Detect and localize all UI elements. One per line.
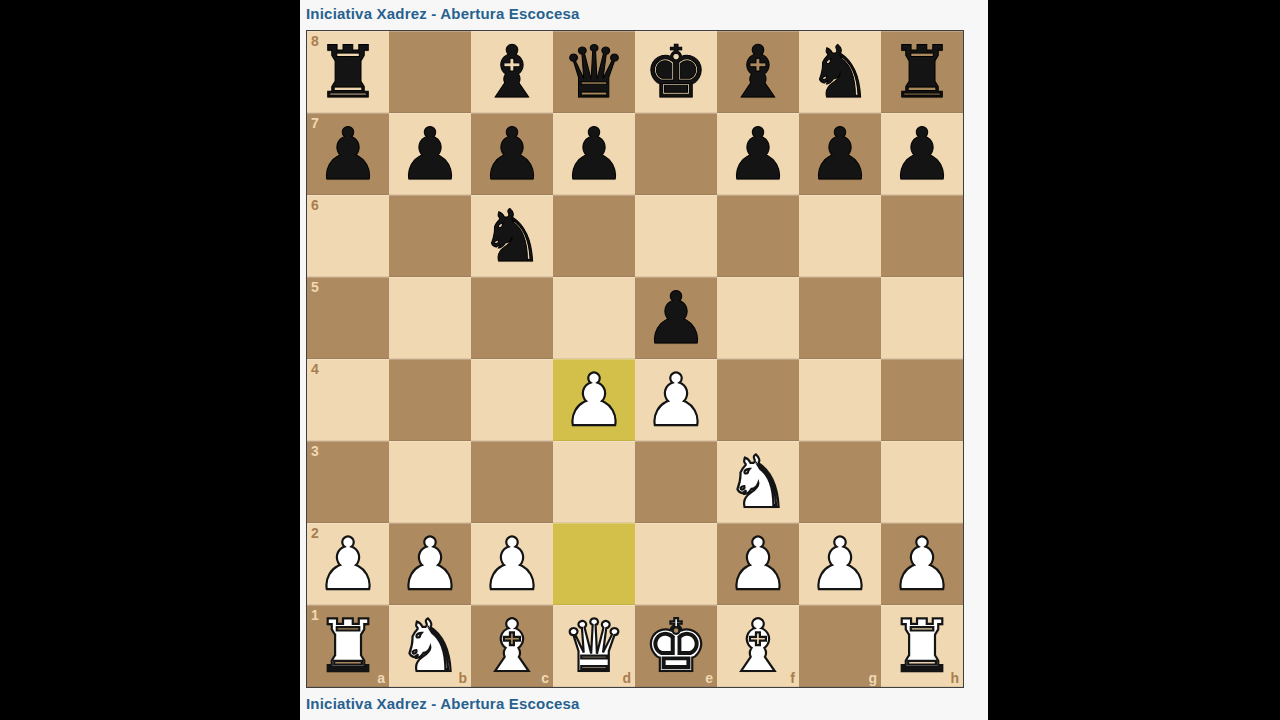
piece-white-bishop-f1: ♝ — [717, 605, 799, 687]
content-area: Iniciativa Xadrez - Abertura Escocesa 8♜… — [300, 0, 988, 720]
square-a6[interactable]: 6 — [307, 195, 389, 277]
square-e4[interactable]: ♟ — [635, 359, 717, 441]
rank-label-3: 3 — [311, 443, 319, 459]
piece-black-knight-g8: ♞ — [799, 31, 881, 113]
rank-label-6: 6 — [311, 197, 319, 213]
square-d7[interactable]: ♟ — [553, 113, 635, 195]
piece-black-rook-h8: ♜ — [881, 31, 963, 113]
piece-white-pawn-g2: ♟ — [799, 523, 881, 605]
square-f1[interactable]: f♝ — [717, 605, 799, 687]
piece-black-queen-d8: ♛ — [553, 31, 635, 113]
piece-black-pawn-g7: ♟ — [799, 113, 881, 195]
square-c8[interactable]: ♝ — [471, 31, 553, 113]
piece-black-pawn-b7: ♟ — [389, 113, 471, 195]
square-f3[interactable]: ♞ — [717, 441, 799, 523]
footer-bar: Iniciativa Xadrez - Abertura Escocesa — [300, 688, 988, 720]
rank-label-5: 5 — [311, 279, 319, 295]
piece-black-knight-c6: ♞ — [471, 195, 553, 277]
square-f6[interactable] — [717, 195, 799, 277]
piece-black-bishop-f8: ♝ — [717, 31, 799, 113]
square-a1[interactable]: 1a♜ — [307, 605, 389, 687]
piece-black-pawn-h7: ♟ — [881, 113, 963, 195]
piece-white-queen-d1: ♛ — [553, 605, 635, 687]
square-b2[interactable]: ♟ — [389, 523, 471, 605]
square-a7[interactable]: 7♟ — [307, 113, 389, 195]
square-c3[interactable] — [471, 441, 553, 523]
square-h3[interactable] — [881, 441, 963, 523]
square-g8[interactable]: ♞ — [799, 31, 881, 113]
square-e3[interactable] — [635, 441, 717, 523]
square-e1[interactable]: e♚ — [635, 605, 717, 687]
square-e6[interactable] — [635, 195, 717, 277]
piece-white-pawn-f2: ♟ — [717, 523, 799, 605]
square-h8[interactable]: ♜ — [881, 31, 963, 113]
piece-white-pawn-c2: ♟ — [471, 523, 553, 605]
square-b1[interactable]: b♞ — [389, 605, 471, 687]
piece-white-pawn-e4: ♟ — [635, 359, 717, 441]
square-f7[interactable]: ♟ — [717, 113, 799, 195]
square-e5[interactable]: ♟ — [635, 277, 717, 359]
square-c1[interactable]: c♝ — [471, 605, 553, 687]
piece-black-bishop-c8: ♝ — [471, 31, 553, 113]
square-d6[interactable] — [553, 195, 635, 277]
piece-black-king-e8: ♚ — [635, 31, 717, 113]
square-d3[interactable] — [553, 441, 635, 523]
square-g7[interactable]: ♟ — [799, 113, 881, 195]
letterbox-right — [988, 0, 1280, 720]
square-d5[interactable] — [553, 277, 635, 359]
footer-title: Iniciativa Xadrez - Abertura Escocesa — [306, 695, 580, 712]
square-h1[interactable]: h♜ — [881, 605, 963, 687]
square-b4[interactable] — [389, 359, 471, 441]
letterbox-left — [0, 0, 300, 720]
square-a4[interactable]: 4 — [307, 359, 389, 441]
square-e8[interactable]: ♚ — [635, 31, 717, 113]
square-g4[interactable] — [799, 359, 881, 441]
piece-white-knight-b1: ♞ — [389, 605, 471, 687]
piece-white-rook-a1: ♜ — [307, 605, 389, 687]
square-c5[interactable] — [471, 277, 553, 359]
square-a2[interactable]: 2♟ — [307, 523, 389, 605]
piece-white-knight-f3: ♞ — [717, 441, 799, 523]
piece-white-pawn-h2: ♟ — [881, 523, 963, 605]
piece-black-rook-a8: ♜ — [307, 31, 389, 113]
piece-white-pawn-b2: ♟ — [389, 523, 471, 605]
square-g3[interactable] — [799, 441, 881, 523]
square-h6[interactable] — [881, 195, 963, 277]
square-h5[interactable] — [881, 277, 963, 359]
file-label-g: g — [868, 670, 877, 686]
square-g1[interactable]: g — [799, 605, 881, 687]
piece-white-bishop-c1: ♝ — [471, 605, 553, 687]
square-b8[interactable] — [389, 31, 471, 113]
square-e2[interactable] — [635, 523, 717, 605]
square-h7[interactable]: ♟ — [881, 113, 963, 195]
piece-black-pawn-d7: ♟ — [553, 113, 635, 195]
rank-label-4: 4 — [311, 361, 319, 377]
piece-white-pawn-d4: ♟ — [553, 359, 635, 441]
square-g2[interactable]: ♟ — [799, 523, 881, 605]
piece-black-pawn-c7: ♟ — [471, 113, 553, 195]
square-d1[interactable]: d♛ — [553, 605, 635, 687]
square-d2[interactable] — [553, 523, 635, 605]
header-bar: Iniciativa Xadrez - Abertura Escocesa — [300, 0, 988, 30]
page-title: Iniciativa Xadrez - Abertura Escocesa — [306, 5, 580, 22]
square-d8[interactable]: ♛ — [553, 31, 635, 113]
square-c6[interactable]: ♞ — [471, 195, 553, 277]
piece-black-pawn-f7: ♟ — [717, 113, 799, 195]
square-c7[interactable]: ♟ — [471, 113, 553, 195]
square-g5[interactable] — [799, 277, 881, 359]
piece-white-king-e1: ♚ — [635, 605, 717, 687]
square-c4[interactable] — [471, 359, 553, 441]
square-f5[interactable] — [717, 277, 799, 359]
square-b5[interactable] — [389, 277, 471, 359]
square-a3[interactable]: 3 — [307, 441, 389, 523]
square-h2[interactable]: ♟ — [881, 523, 963, 605]
square-f4[interactable] — [717, 359, 799, 441]
square-d4[interactable]: ♟ — [553, 359, 635, 441]
square-b3[interactable] — [389, 441, 471, 523]
piece-black-pawn-e5: ♟ — [635, 277, 717, 359]
piece-white-pawn-a2: ♟ — [307, 523, 389, 605]
square-a5[interactable]: 5 — [307, 277, 389, 359]
square-a8[interactable]: 8♜ — [307, 31, 389, 113]
square-b7[interactable]: ♟ — [389, 113, 471, 195]
square-b6[interactable] — [389, 195, 471, 277]
square-f2[interactable]: ♟ — [717, 523, 799, 605]
square-f8[interactable]: ♝ — [717, 31, 799, 113]
piece-black-pawn-a7: ♟ — [307, 113, 389, 195]
square-g6[interactable] — [799, 195, 881, 277]
piece-white-rook-h1: ♜ — [881, 605, 963, 687]
square-h4[interactable] — [881, 359, 963, 441]
square-e7[interactable] — [635, 113, 717, 195]
square-c2[interactable]: ♟ — [471, 523, 553, 605]
chess-board: 8♜♝♛♚♝♞♜7♟♟♟♟♟♟♟6♞5♟4♟♟3♞2♟♟♟♟♟♟1a♜b♞c♝d… — [306, 30, 964, 688]
